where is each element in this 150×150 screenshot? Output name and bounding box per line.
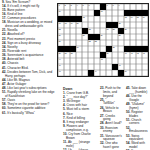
cell-number: 48 [58, 70, 60, 72]
cell-number: 17 [58, 22, 60, 24]
clue: 23. Push to the limits, and beyond [100, 87, 123, 98]
cell-number: 30 [118, 34, 120, 36]
down-clues-1: 1. Crane from G.B.2. "___ nice day?"3. M… [63, 92, 97, 150]
cell-number: 40 [124, 52, 126, 54]
cell-number: 22 [58, 28, 60, 30]
cell-number: 4 [76, 4, 77, 6]
cell-number: 47 [118, 64, 120, 66]
cell-number: 6 [88, 4, 89, 6]
cell-number: 25 [112, 28, 114, 30]
cell-number: 33 [94, 40, 96, 42]
cell-number: 18 [64, 22, 66, 24]
cell-number: 9 [118, 4, 119, 6]
cell-number: 35 [112, 46, 114, 48]
cell-number: 26 [124, 28, 126, 30]
cell-number: 46 [58, 64, 60, 66]
cell-number: 44 [58, 58, 60, 60]
cell-number: 20 [76, 22, 78, 24]
cell-number: 50 [124, 70, 126, 72]
cell-number: 11 [100, 10, 102, 12]
cell-number: 15 [136, 16, 138, 18]
cell-number: 16 [142, 16, 144, 18]
cell-number: 31 [58, 40, 60, 42]
cell-number: 38 [70, 52, 72, 54]
cell-number: 43 [142, 52, 144, 54]
cell-number: 10 [58, 10, 60, 12]
cell-number: 21 [118, 22, 120, 24]
clue: 32. One who hasn't gone pro [100, 142, 123, 150]
cell-number: 49 [94, 70, 96, 72]
cell-number: 24 [106, 28, 108, 30]
cell-number: 2 [64, 4, 65, 6]
cell-number: 41 [130, 52, 132, 54]
cell-number: 28 [82, 34, 84, 36]
cell-number: 12 [82, 16, 84, 18]
cell-number: 27 [58, 34, 60, 36]
cell-number: 34 [76, 46, 78, 48]
cell-number: 36 [58, 52, 60, 54]
down-clue-list-3: 45. Take down ___ (humble)46. Use the Go… [126, 87, 149, 150]
grid-cell [142, 70, 148, 76]
cell-number: 45 [100, 58, 102, 60]
clue: 13. Lb ___ (cheap casino) [63, 149, 97, 150]
cell-number: 19 [70, 22, 72, 24]
cell-number: 1 [58, 4, 59, 6]
cell-number: 23 [88, 28, 90, 30]
clue: 61. It's basically "Whoa" [2, 112, 55, 116]
cell-number: 14 [130, 16, 132, 18]
cell-number: 8 [112, 4, 113, 6]
cell-number: 37 [64, 52, 66, 54]
cell-number: 13 [124, 16, 126, 18]
cell-number: 42 [136, 52, 138, 54]
cell-number: 3 [70, 4, 71, 6]
across-clue-list: 9. Sea 'Em Scream?14. If it's will, it m… [2, 1, 55, 116]
cell-number: 5 [82, 4, 83, 6]
cell-number: 7 [106, 4, 107, 6]
crossword-grid: 1234567891011121314151617181920212223242… [57, 3, 149, 77]
down-clue-list-1: Down 1. Crane from G.B.2. "___ nice day?… [63, 87, 97, 150]
cell-number: 39 [106, 52, 108, 54]
down-clue-list-2: 23. Push to the limits, and beyond25. "_… [100, 87, 123, 150]
cell-number: 32 [88, 40, 90, 42]
cell-number: 29 [100, 34, 102, 36]
